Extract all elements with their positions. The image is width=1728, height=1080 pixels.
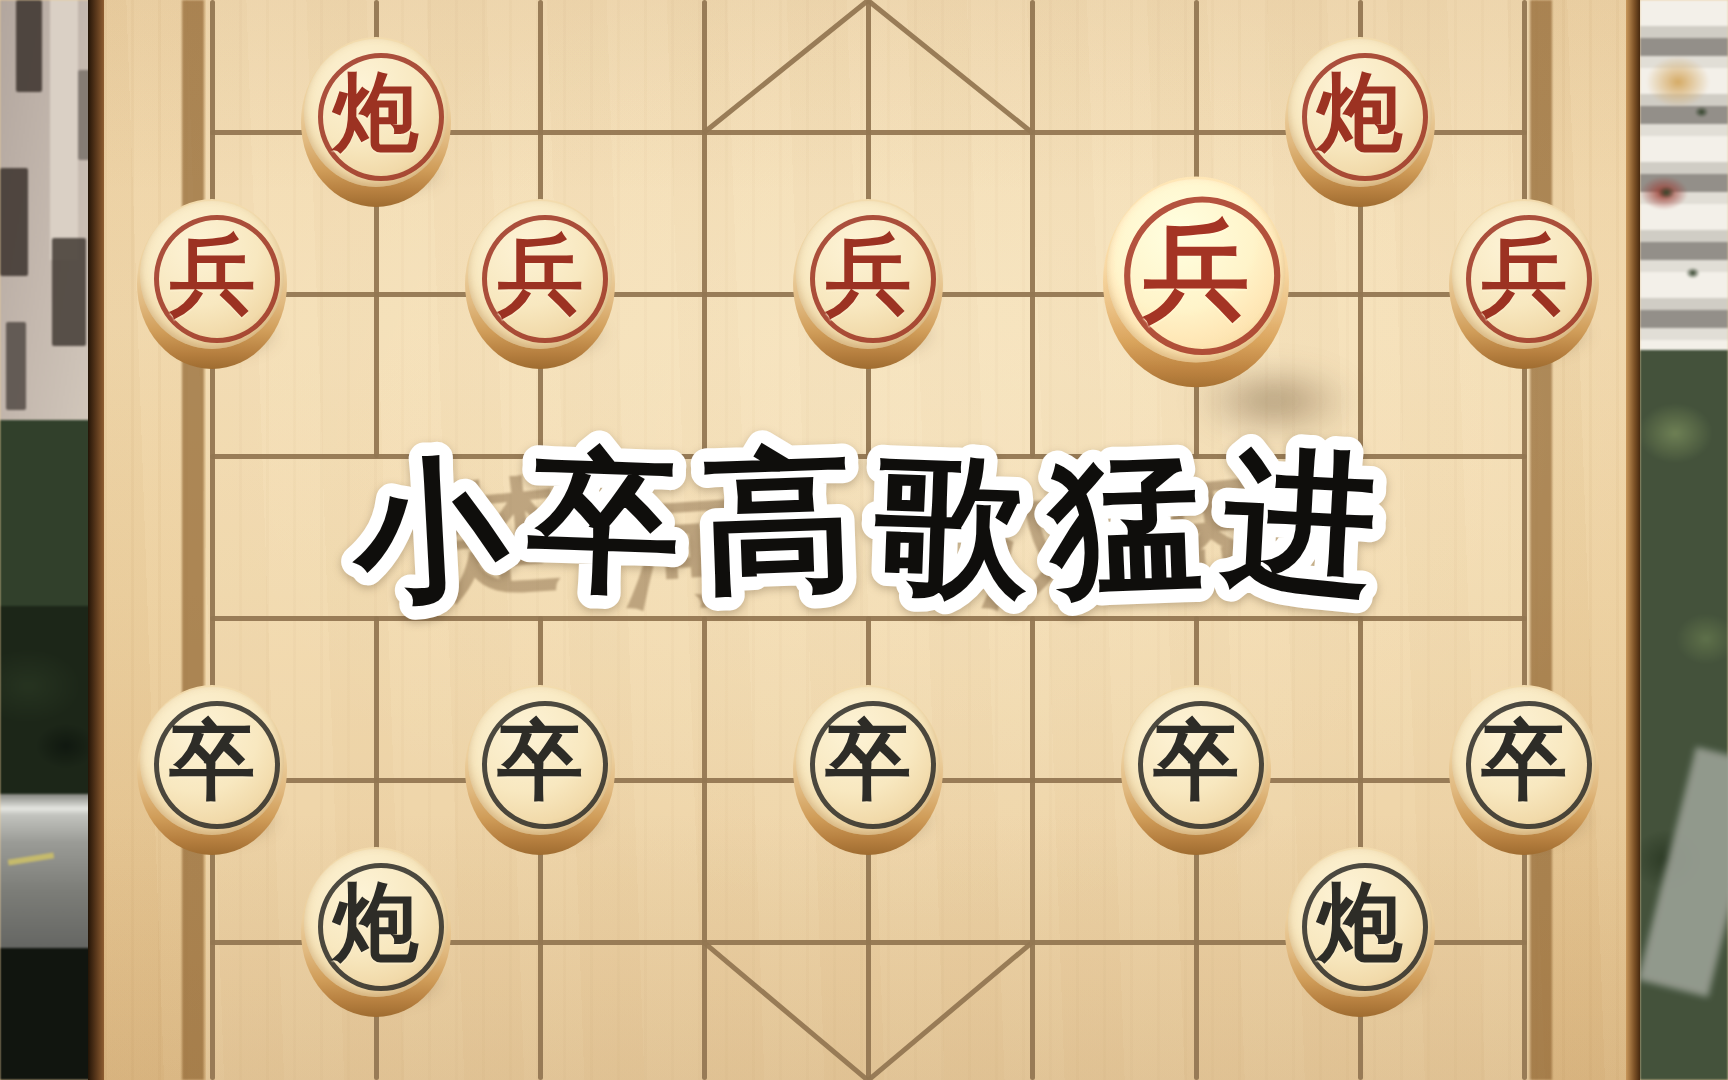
caption-char: 进 <box>1217 430 1381 615</box>
caption-char: 卒 <box>524 431 683 613</box>
caption-char: 歌 <box>871 434 1032 616</box>
caption-char: 小 <box>346 438 513 623</box>
caption-char: 高 <box>699 431 857 613</box>
caption-overlay: 小 卒 高 歌 猛 进 <box>0 0 1728 1080</box>
caption-char: 猛 <box>1043 434 1205 616</box>
video-frame: 楚 河 汉 界 炮炮兵兵兵兵兵卒卒卒卒卒炮炮 小 卒 高 歌 猛 进 <box>0 0 1728 1080</box>
